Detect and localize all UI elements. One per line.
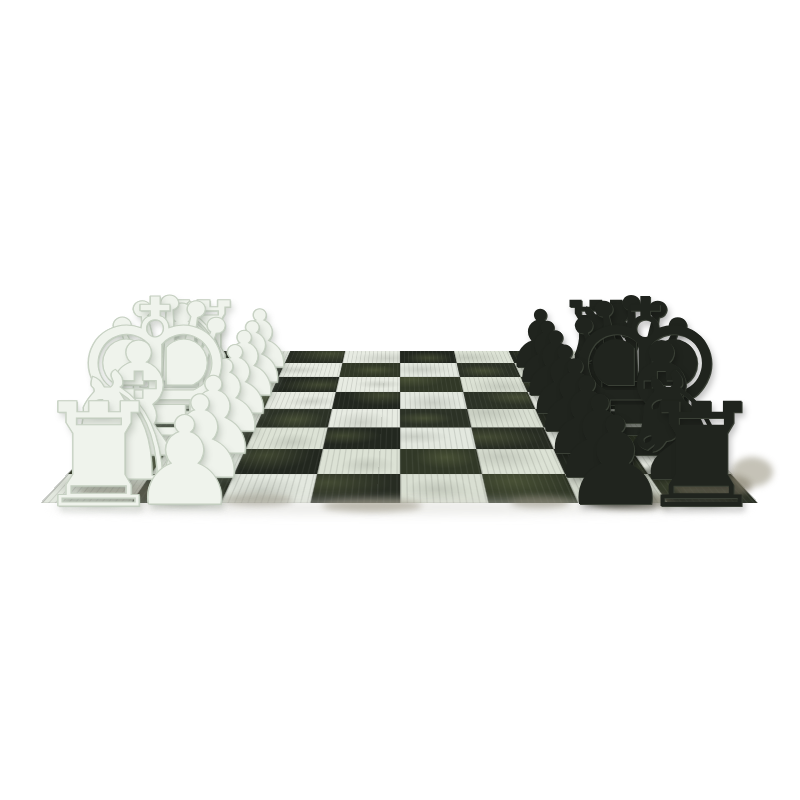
pieces-layer: ♜♟♟♜♞♟♟♞♝♟♟♝♛♟♟♛♚♟♟♚♝♟♟♝♞♟♟♞♜♟♟♜ <box>0 0 800 800</box>
photo-stage: ♜♟♟♜♞♟♟♞♝♟♟♝♛♟♟♛♚♟♟♚♝♟♟♝♞♟♟♞♜♟♟♜ <box>0 0 800 800</box>
piece-white-rook-h1: ♜ <box>34 384 163 528</box>
piece-black-pawn-h7: ♟ <box>560 401 670 524</box>
